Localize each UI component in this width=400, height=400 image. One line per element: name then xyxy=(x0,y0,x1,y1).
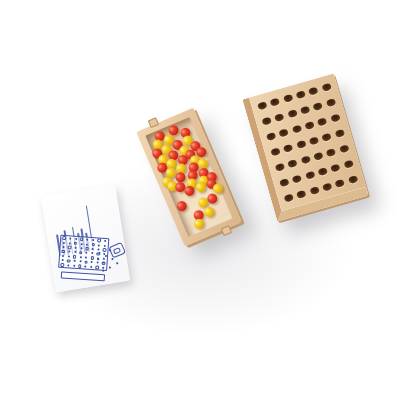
diagram-dot xyxy=(80,243,82,245)
board-hole[interactable] xyxy=(279,178,290,187)
instruction-card xyxy=(41,185,130,293)
diagram-loose-ball-dot xyxy=(111,258,114,261)
diagram-dot xyxy=(74,251,76,253)
board-diagram xyxy=(58,235,109,271)
board-hole[interactable] xyxy=(309,136,320,145)
diagram-dot xyxy=(92,239,94,241)
diagram-dot xyxy=(103,248,107,252)
red-ball[interactable] xyxy=(175,200,188,213)
board-hole[interactable] xyxy=(292,125,303,134)
board-hole[interactable] xyxy=(283,94,294,103)
board-hole[interactable] xyxy=(300,155,311,164)
board-hole[interactable] xyxy=(287,109,298,118)
diagram-dot xyxy=(74,247,76,249)
diagram-dot xyxy=(91,243,95,247)
board-hole[interactable] xyxy=(296,91,307,100)
board-hole[interactable] xyxy=(326,148,337,157)
board-hole[interactable] xyxy=(296,189,307,198)
diagram-dot xyxy=(62,259,64,261)
diagram-dot xyxy=(73,265,75,267)
diagram-dot xyxy=(62,236,66,240)
board-hole[interactable] xyxy=(317,117,328,126)
diagram-dot xyxy=(97,239,101,243)
diagram-dot xyxy=(75,238,77,240)
diagram-dot xyxy=(97,262,99,264)
product-photo-stage xyxy=(0,0,400,400)
diagram-dot xyxy=(98,244,100,246)
board-hole[interactable] xyxy=(322,133,333,142)
board-hole[interactable] xyxy=(292,174,303,183)
board-hole[interactable] xyxy=(304,121,315,130)
diagram-dot xyxy=(102,267,104,269)
board-hole[interactable] xyxy=(270,98,281,107)
diagram-dot xyxy=(73,260,75,262)
diagram-dot xyxy=(98,248,100,250)
board-hole[interactable] xyxy=(300,106,311,115)
diagram-dot xyxy=(104,240,106,242)
board-hole[interactable] xyxy=(309,87,320,96)
board-hole[interactable] xyxy=(339,144,350,153)
diagram-dot xyxy=(62,246,64,248)
diagram-dot xyxy=(62,255,64,257)
board-hole[interactable] xyxy=(321,83,332,92)
diagram-dot xyxy=(79,256,81,258)
board-hole[interactable] xyxy=(313,102,324,111)
board-hole[interactable] xyxy=(318,167,329,176)
board-hole[interactable] xyxy=(330,114,341,123)
diagram-loose-ball-dot xyxy=(109,266,112,269)
board-hole[interactable] xyxy=(309,186,320,195)
diagram-dot xyxy=(90,256,94,260)
diagram-dot xyxy=(68,255,70,257)
diagram-dot xyxy=(91,261,93,263)
board-hole[interactable] xyxy=(274,113,285,122)
board-diagram-tray-edge xyxy=(61,271,105,281)
diagram-dot xyxy=(68,251,70,253)
diagram-dot xyxy=(85,257,87,259)
diagram-dot xyxy=(69,238,71,240)
board-hole[interactable] xyxy=(288,159,299,168)
board-hole[interactable] xyxy=(270,147,281,156)
diagram-dot xyxy=(61,250,65,254)
board-hole[interactable] xyxy=(275,163,286,172)
diagram-dot xyxy=(80,247,82,249)
board-holes-grid xyxy=(254,78,361,207)
board-hole[interactable] xyxy=(326,98,337,107)
yellow-ball[interactable] xyxy=(193,217,206,230)
board-hole[interactable] xyxy=(334,129,345,138)
diagram-dot xyxy=(85,247,89,251)
diagram-dot xyxy=(103,258,105,260)
board-hole[interactable] xyxy=(262,117,273,126)
diagram-loose-ball-dot xyxy=(116,262,119,265)
diagram-dot xyxy=(84,260,88,264)
board-hole[interactable] xyxy=(313,151,324,160)
diagram-dot xyxy=(104,244,106,246)
board-hole[interactable] xyxy=(305,170,316,179)
board-hole[interactable] xyxy=(257,102,268,111)
board-hole[interactable] xyxy=(322,182,333,191)
board-hole[interactable] xyxy=(284,193,295,202)
board-hole[interactable] xyxy=(296,140,307,149)
diagram-dot xyxy=(87,239,89,241)
diagram-dot xyxy=(86,252,88,254)
diagram-dot xyxy=(80,238,84,242)
diagram-dot xyxy=(85,265,87,267)
diagram-dot xyxy=(63,242,65,244)
diagram-dot xyxy=(73,255,77,259)
diagram-dot xyxy=(96,265,100,269)
diagram-dot xyxy=(67,264,69,266)
diagram-dot xyxy=(69,242,71,244)
diagram-dot xyxy=(79,251,83,255)
board-hole[interactable] xyxy=(283,144,294,153)
tray-latch-peg-top xyxy=(148,117,159,128)
diagram-dot xyxy=(78,264,82,268)
board-hole[interactable] xyxy=(343,159,354,168)
board-hole[interactable] xyxy=(279,128,290,137)
diagram-dot xyxy=(67,259,71,263)
diagram-dot xyxy=(91,252,93,254)
diagram-dot xyxy=(79,261,81,263)
diagram-dot xyxy=(86,243,88,245)
board-hole[interactable] xyxy=(348,175,359,184)
diagram-dot xyxy=(67,246,71,250)
diagram-dot xyxy=(60,263,64,267)
board-hole[interactable] xyxy=(266,132,277,141)
board-hole[interactable] xyxy=(335,178,346,187)
diagram-dot xyxy=(92,248,94,250)
diagram-dot xyxy=(91,266,93,268)
diagram-dot xyxy=(74,242,78,246)
board-hole[interactable] xyxy=(330,163,341,172)
